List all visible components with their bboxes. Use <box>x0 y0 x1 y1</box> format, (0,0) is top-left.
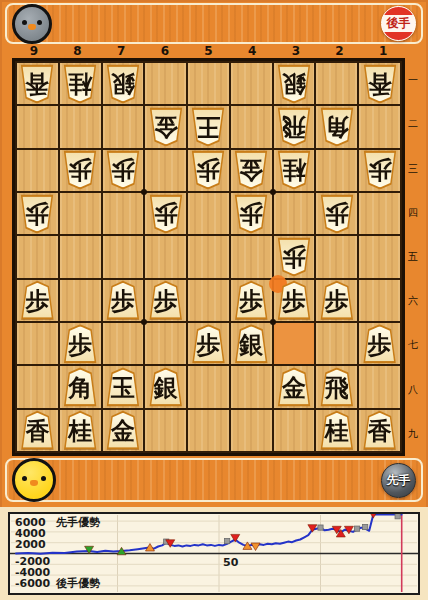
piece-face: 歩 <box>107 153 139 188</box>
piece-face: 飛 <box>321 369 353 404</box>
piece-face: 香 <box>21 66 53 101</box>
square-6九[interactable] <box>145 410 186 451</box>
square-6一[interactable] <box>145 63 186 104</box>
evaluation-graph-area: 600040002000-2000-4000-6000先手優勢後手優勢50 <box>0 507 428 600</box>
square-3三[interactable]: 桂 <box>274 150 315 191</box>
square-9一[interactable]: 香 <box>17 63 58 104</box>
sente-piece-歩-7六[interactable]: 歩 <box>105 281 141 320</box>
sente-piece-歩-2六[interactable]: 歩 <box>319 281 355 320</box>
rank-labels: 一二三四五六七八九 <box>405 58 421 456</box>
gote-piece-歩-6四[interactable]: 歩 <box>148 194 184 233</box>
piece-face: 銀 <box>107 66 139 101</box>
square-1五[interactable] <box>359 236 400 277</box>
square-3七[interactable] <box>274 323 315 364</box>
piece-face: 歩 <box>64 153 96 188</box>
piece-face: 香 <box>364 66 396 101</box>
piece-face: 桂 <box>64 413 96 448</box>
sente-chick-avatar <box>12 458 56 502</box>
piece-kanji: 香 <box>368 416 392 448</box>
rank-label-九: 九 <box>405 412 421 456</box>
bird-beak-icon <box>28 24 36 30</box>
square-8九[interactable]: 桂 <box>60 410 101 451</box>
piece-kanji: 歩 <box>368 329 392 361</box>
piece-face: 歩 <box>321 283 353 318</box>
gote-bird-avatar <box>12 4 52 44</box>
square-1三[interactable]: 歩 <box>359 150 400 191</box>
file-labels: 987654321 <box>12 45 405 58</box>
board-star-point <box>270 319 276 325</box>
square-5九[interactable] <box>188 410 229 451</box>
gote-piece-銀-7一[interactable]: 銀 <box>105 64 141 103</box>
piece-face: 歩 <box>364 326 396 361</box>
piece-kanji: 香 <box>368 66 392 98</box>
piece-face: 歩 <box>364 153 396 188</box>
chick-eye-icon <box>22 476 27 481</box>
sente-piece-金-3八[interactable]: 金 <box>276 367 312 406</box>
sente-badge: 先手 <box>381 463 416 498</box>
square-8三[interactable]: 歩 <box>60 150 101 191</box>
gote-piece-歩-7三[interactable]: 歩 <box>105 151 141 190</box>
square-8八[interactable]: 角 <box>60 366 101 407</box>
piece-kanji: 歩 <box>282 286 306 318</box>
chick-beak-icon <box>30 480 38 486</box>
gote-piece-歩-5三[interactable]: 歩 <box>190 151 226 190</box>
board-row: 香桂銀銀香金王飛角歩歩歩金桂歩歩歩歩歩歩歩歩歩歩歩歩歩歩銀歩角玉銀金飛香桂金桂香… <box>0 58 428 456</box>
sente-piece-銀-6八[interactable]: 銀 <box>148 367 184 406</box>
gote-piece-歩-3五[interactable]: 歩 <box>276 237 312 276</box>
file-label-6: 6 <box>143 45 187 58</box>
piece-kanji: 歩 <box>368 153 392 185</box>
file-label-8: 8 <box>56 45 100 58</box>
square-5三[interactable]: 歩 <box>188 150 229 191</box>
sente-piece-歩-6六[interactable]: 歩 <box>148 281 184 320</box>
square-2九[interactable]: 桂 <box>316 410 357 451</box>
square-6五[interactable] <box>145 236 186 277</box>
rank-label-二: 二 <box>405 102 421 146</box>
piece-kanji: 歩 <box>196 329 220 361</box>
piece-face: 角 <box>321 109 353 144</box>
sente-piece-歩-1七[interactable]: 歩 <box>362 324 398 363</box>
piece-face: 歩 <box>235 283 267 318</box>
square-2七[interactable] <box>316 323 357 364</box>
sente-piece-飛-2八[interactable]: 飛 <box>319 367 355 406</box>
square-8七[interactable]: 歩 <box>60 323 101 364</box>
gote-piece-歩-1三[interactable]: 歩 <box>362 151 398 190</box>
gote-piece-金-4三[interactable]: 金 <box>233 151 269 190</box>
square-3一[interactable]: 銀 <box>274 63 315 104</box>
shogi-board[interactable]: 香桂銀銀香金王飛角歩歩歩金桂歩歩歩歩歩歩歩歩歩歩歩歩歩歩銀歩角玉銀金飛香桂金桂香 <box>12 58 405 456</box>
sente-piece-金-7九[interactable]: 金 <box>105 411 141 450</box>
piece-kanji: 歩 <box>154 196 178 228</box>
piece-kanji: 金 <box>111 416 135 448</box>
square-8二[interactable] <box>60 106 101 147</box>
piece-kanji: 歩 <box>282 239 306 271</box>
piece-kanji: 歩 <box>325 286 349 318</box>
rank-label-三: 三 <box>405 146 421 190</box>
piece-face: 歩 <box>150 196 182 231</box>
square-1一[interactable]: 香 <box>359 63 400 104</box>
piece-kanji: 歩 <box>68 153 92 185</box>
square-1六[interactable] <box>359 280 400 321</box>
board-star-point <box>141 189 147 195</box>
rank-label-六: 六 <box>405 279 421 323</box>
piece-kanji: 飛 <box>325 372 349 404</box>
square-9二[interactable] <box>17 106 58 147</box>
square-8四[interactable] <box>60 193 101 234</box>
square-2四[interactable]: 歩 <box>316 193 357 234</box>
piece-face: 銀 <box>235 326 267 361</box>
piece-face: 金 <box>107 413 139 448</box>
bird-eye-icon <box>37 20 42 25</box>
file-label-3: 3 <box>274 45 318 58</box>
piece-kanji: 歩 <box>111 286 135 318</box>
piece-face: 桂 <box>321 413 353 448</box>
svg-text:50: 50 <box>223 556 239 569</box>
gote-piece-香-9一[interactable]: 香 <box>19 64 55 103</box>
gote-piece-金-6二[interactable]: 金 <box>148 107 184 146</box>
square-4五[interactable] <box>231 236 272 277</box>
gote-piece-歩-9四[interactable]: 歩 <box>19 194 55 233</box>
square-1八[interactable] <box>359 366 400 407</box>
board-star-point <box>141 319 147 325</box>
sente-piece-銀-4七[interactable]: 銀 <box>233 324 269 363</box>
square-7七[interactable] <box>103 323 144 364</box>
square-4九[interactable] <box>231 410 272 451</box>
piece-face: 歩 <box>192 153 224 188</box>
rank-label-八: 八 <box>405 368 421 412</box>
piece-face: 歩 <box>235 196 267 231</box>
shogi-app: { "game": "shogi", "app_name": "piyo-sho… <box>0 0 428 600</box>
rank-label-五: 五 <box>405 235 421 279</box>
sente-piece-歩-5七[interactable]: 歩 <box>190 324 226 363</box>
piece-kanji: 歩 <box>239 196 263 228</box>
piece-face: 金 <box>278 369 310 404</box>
square-7八[interactable]: 玉 <box>103 366 144 407</box>
piece-face: 香 <box>21 413 53 448</box>
file-label-9: 9 <box>12 45 56 58</box>
evaluation-graph: 600040002000-2000-4000-6000先手優勢後手優勢50 <box>8 512 420 595</box>
piece-face: 歩 <box>21 283 53 318</box>
piece-kanji: 歩 <box>68 329 92 361</box>
file-label-5: 5 <box>187 45 231 58</box>
square-7一[interactable]: 銀 <box>103 63 144 104</box>
piece-kanji: 銀 <box>111 66 135 98</box>
piece-kanji: 桂 <box>325 416 349 448</box>
piece-face: 銀 <box>150 369 182 404</box>
piece-kanji: 金 <box>282 372 306 404</box>
square-5八[interactable] <box>188 366 229 407</box>
piece-kanji: 銀 <box>154 372 178 404</box>
square-9四[interactable]: 歩 <box>17 193 58 234</box>
square-8一[interactable]: 桂 <box>60 63 101 104</box>
square-7二[interactable] <box>103 106 144 147</box>
square-8五[interactable] <box>60 236 101 277</box>
piece-kanji: 飛 <box>282 109 306 141</box>
piece-kanji: 歩 <box>196 153 220 185</box>
piece-face: 金 <box>235 153 267 188</box>
square-2一[interactable] <box>316 63 357 104</box>
piece-face: 歩 <box>278 283 310 318</box>
square-5六[interactable] <box>188 280 229 321</box>
piece-kanji: 金 <box>239 153 263 185</box>
piece-kanji: 香 <box>25 416 49 448</box>
piece-face: 歩 <box>321 196 353 231</box>
gote-piece-桂-8一[interactable]: 桂 <box>62 64 98 103</box>
piece-kanji: 桂 <box>68 416 92 448</box>
piece-kanji: 角 <box>68 372 92 404</box>
gote-piece-角-2二[interactable]: 角 <box>319 107 355 146</box>
square-4四[interactable]: 歩 <box>231 193 272 234</box>
svg-text:2000: 2000 <box>15 538 46 551</box>
evaluation-graph-svg: 600040002000-2000-4000-6000先手優勢後手優勢50 <box>10 514 418 593</box>
gote-piece-歩-2四[interactable]: 歩 <box>319 194 355 233</box>
piece-kanji: 銀 <box>282 66 306 98</box>
piece-face: 王 <box>192 109 224 144</box>
piece-kanji: 玉 <box>111 372 135 404</box>
square-9五[interactable] <box>17 236 58 277</box>
file-label-1: 1 <box>361 45 405 58</box>
gote-piece-桂-3三[interactable]: 桂 <box>276 151 312 190</box>
gote-piece-歩-8三[interactable]: 歩 <box>62 151 98 190</box>
square-5二[interactable]: 王 <box>188 106 229 147</box>
square-2二[interactable]: 角 <box>316 106 357 147</box>
square-1七[interactable]: 歩 <box>359 323 400 364</box>
square-5五[interactable] <box>188 236 229 277</box>
square-7六[interactable]: 歩 <box>103 280 144 321</box>
piece-kanji: 角 <box>325 109 349 141</box>
square-4七[interactable]: 銀 <box>231 323 272 364</box>
sente-piece-香-1九[interactable]: 香 <box>362 411 398 450</box>
square-3六[interactable]: 歩 <box>274 280 315 321</box>
bird-eye-icon <box>22 20 27 25</box>
square-6六[interactable]: 歩 <box>145 280 186 321</box>
square-4三[interactable]: 金 <box>231 150 272 191</box>
piece-kanji: 香 <box>25 66 49 98</box>
gote-piece-銀-3一[interactable]: 銀 <box>276 64 312 103</box>
square-5一[interactable] <box>188 63 229 104</box>
square-9七[interactable] <box>17 323 58 364</box>
piece-kanji: 王 <box>196 109 220 141</box>
piece-face: 歩 <box>107 283 139 318</box>
piece-kanji: 銀 <box>239 329 263 361</box>
piece-kanji: 桂 <box>282 153 306 185</box>
square-2六[interactable]: 歩 <box>316 280 357 321</box>
square-9九[interactable]: 香 <box>17 410 58 451</box>
piece-face: 桂 <box>278 153 310 188</box>
piece-kanji: 桂 <box>68 66 92 98</box>
square-1九[interactable]: 香 <box>359 410 400 451</box>
square-7三[interactable]: 歩 <box>103 150 144 191</box>
square-3九[interactable] <box>274 410 315 451</box>
board-star-point <box>270 189 276 195</box>
gote-piece-王-5二[interactable]: 王 <box>190 107 226 146</box>
piece-kanji: 歩 <box>25 286 49 318</box>
square-6四[interactable]: 歩 <box>145 193 186 234</box>
square-1四[interactable] <box>359 193 400 234</box>
piece-kanji: 金 <box>154 109 178 141</box>
chick-eye-icon <box>41 476 46 481</box>
piece-face: 歩 <box>21 196 53 231</box>
piece-face: 歩 <box>278 239 310 274</box>
piece-face: 歩 <box>150 283 182 318</box>
sente-piece-香-9九[interactable]: 香 <box>19 411 55 450</box>
piece-face: 玉 <box>107 369 139 404</box>
square-9八[interactable] <box>17 366 58 407</box>
piece-kanji: 歩 <box>111 153 135 185</box>
rank-label-七: 七 <box>405 323 421 367</box>
piece-kanji: 歩 <box>325 196 349 228</box>
sente-piece-角-8八[interactable]: 角 <box>62 367 98 406</box>
sente-player-bar: 先手 <box>5 458 423 502</box>
square-4二[interactable] <box>231 106 272 147</box>
square-1二[interactable] <box>359 106 400 147</box>
piece-kanji: 歩 <box>25 196 49 228</box>
square-2五[interactable] <box>316 236 357 277</box>
square-9六[interactable]: 歩 <box>17 280 58 321</box>
piece-kanji: 歩 <box>154 286 178 318</box>
sente-piece-歩-9六[interactable]: 歩 <box>19 281 55 320</box>
square-2八[interactable]: 飛 <box>316 366 357 407</box>
square-4一[interactable] <box>231 63 272 104</box>
square-4六[interactable]: 歩 <box>231 280 272 321</box>
gote-piece-歩-4四[interactable]: 歩 <box>233 194 269 233</box>
square-7四[interactable] <box>103 193 144 234</box>
rank-label-一: 一 <box>405 58 421 102</box>
piece-face: 銀 <box>278 66 310 101</box>
square-7九[interactable]: 金 <box>103 410 144 451</box>
gote-piece-飛-3二[interactable]: 飛 <box>276 107 312 146</box>
sente-piece-玉-7八[interactable]: 玉 <box>105 367 141 406</box>
piece-face: 香 <box>364 413 396 448</box>
gote-player-bar: 後手 <box>5 3 423 44</box>
piece-face: 金 <box>150 109 182 144</box>
file-label-2: 2 <box>318 45 362 58</box>
svg-text:後手優勢: 後手優勢 <box>55 577 100 590</box>
piece-face: 歩 <box>64 326 96 361</box>
square-3五[interactable]: 歩 <box>274 236 315 277</box>
piece-face: 桂 <box>64 66 96 101</box>
square-3四[interactable] <box>274 193 315 234</box>
sente-piece-桂-8九[interactable]: 桂 <box>62 411 98 450</box>
rank-label-四: 四 <box>405 191 421 235</box>
gote-badge: 後手 <box>381 6 416 41</box>
square-6三[interactable] <box>145 150 186 191</box>
square-9三[interactable] <box>17 150 58 191</box>
svg-text:先手優勢: 先手優勢 <box>55 516 100 529</box>
square-5四[interactable] <box>188 193 229 234</box>
file-label-4: 4 <box>230 45 274 58</box>
square-5七[interactable]: 歩 <box>188 323 229 364</box>
square-6七[interactable] <box>145 323 186 364</box>
square-6二[interactable]: 金 <box>145 106 186 147</box>
square-2三[interactable] <box>316 150 357 191</box>
piece-face: 歩 <box>192 326 224 361</box>
square-6八[interactable]: 銀 <box>145 366 186 407</box>
file-label-7: 7 <box>99 45 143 58</box>
svg-text:-6000: -6000 <box>15 577 51 590</box>
sente-piece-歩-8七[interactable]: 歩 <box>62 324 98 363</box>
square-4八[interactable] <box>231 366 272 407</box>
sente-piece-桂-2九[interactable]: 桂 <box>319 411 355 450</box>
square-7五[interactable] <box>103 236 144 277</box>
piece-kanji: 歩 <box>239 286 263 318</box>
square-3二[interactable]: 飛 <box>274 106 315 147</box>
sente-piece-歩-4六[interactable]: 歩 <box>233 281 269 320</box>
square-3八[interactable]: 金 <box>274 366 315 407</box>
gote-piece-香-1一[interactable]: 香 <box>362 64 398 103</box>
piece-face: 飛 <box>278 109 310 144</box>
square-8六[interactable] <box>60 280 101 321</box>
piece-face: 角 <box>64 369 96 404</box>
